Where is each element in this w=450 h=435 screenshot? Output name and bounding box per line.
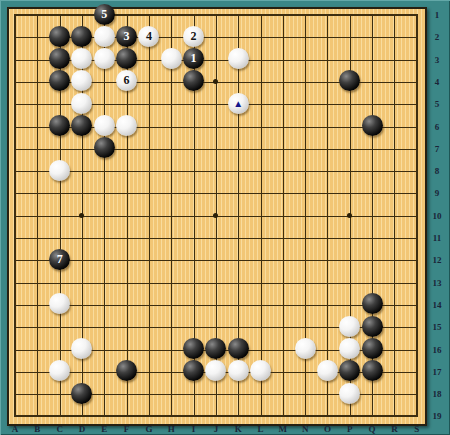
row-label-12: 12 <box>428 255 446 265</box>
col-label-D: D <box>74 424 90 434</box>
white-stone-N16 <box>295 338 316 359</box>
row-label-17: 17 <box>428 367 446 377</box>
black-stone-C12: 7 <box>49 249 70 270</box>
move-number-4: 4 <box>146 26 152 47</box>
move-number-2: 2 <box>191 26 197 47</box>
col-label-K: K <box>230 424 246 434</box>
col-label-J: J <box>208 424 224 434</box>
row-label-3: 3 <box>428 55 446 65</box>
row-label-6: 6 <box>428 122 446 132</box>
black-stone-D18 <box>71 383 92 404</box>
grid-vline <box>283 14 284 417</box>
white-stone-P18 <box>339 383 360 404</box>
grid-hline <box>14 283 418 284</box>
white-stone-D5 <box>71 93 92 114</box>
row-label-9: 9 <box>428 188 446 198</box>
col-label-B: B <box>29 424 45 434</box>
row-label-4: 4 <box>428 77 446 87</box>
row-label-7: 7 <box>428 144 446 154</box>
row-label-1: 1 <box>428 10 446 20</box>
black-stone-I3: 1 <box>183 48 204 69</box>
col-label-F: F <box>119 424 135 434</box>
col-label-P: P <box>342 424 358 434</box>
white-stone-E6 <box>94 115 115 136</box>
col-label-A: A <box>7 424 23 434</box>
black-stone-K16 <box>228 338 249 359</box>
white-stone-C8 <box>49 160 70 181</box>
grid-vline <box>394 14 395 417</box>
go-diagram: 534216▲7ABCDEFGHIJKLMNOPQRS1234567891011… <box>0 0 450 435</box>
row-label-11: 11 <box>428 233 446 243</box>
move-number-6: 6 <box>124 70 130 91</box>
row-label-8: 8 <box>428 166 446 176</box>
triangle-mark-icon: ▲ <box>233 93 243 114</box>
move-number-7: 7 <box>57 249 63 270</box>
move-number-5: 5 <box>101 4 107 25</box>
row-label-10: 10 <box>428 211 446 221</box>
white-stone-K5: ▲ <box>228 93 249 114</box>
grid-hline <box>14 415 418 417</box>
black-stone-E1: 5 <box>94 4 115 25</box>
white-stone-F6 <box>116 115 137 136</box>
black-stone-Q15 <box>362 316 383 337</box>
row-label-16: 16 <box>428 345 446 355</box>
move-number-3: 3 <box>124 26 130 47</box>
row-label-13: 13 <box>428 278 446 288</box>
move-number-1: 1 <box>191 48 197 69</box>
black-stone-I16 <box>183 338 204 359</box>
col-label-M: M <box>275 424 291 434</box>
white-stone-K3 <box>228 48 249 69</box>
white-stone-E2 <box>94 26 115 47</box>
black-stone-Q6 <box>362 115 383 136</box>
white-stone-I2: 2 <box>183 26 204 47</box>
black-stone-Q14 <box>362 293 383 314</box>
grid-hline <box>14 238 418 239</box>
col-label-R: R <box>386 424 402 434</box>
grid-hline <box>14 305 418 306</box>
row-label-2: 2 <box>428 32 446 42</box>
black-stone-F2: 3 <box>116 26 137 47</box>
black-stone-Q16 <box>362 338 383 359</box>
black-stone-C2 <box>49 26 70 47</box>
black-stone-C6 <box>49 115 70 136</box>
row-label-15: 15 <box>428 322 446 332</box>
grid-hline <box>14 260 418 261</box>
col-label-H: H <box>163 424 179 434</box>
col-label-Q: Q <box>364 424 380 434</box>
col-label-S: S <box>409 424 425 434</box>
grid-vline <box>327 14 328 417</box>
col-label-L: L <box>253 424 269 434</box>
grid-vline <box>416 14 418 417</box>
row-label-5: 5 <box>428 99 446 109</box>
col-label-O: O <box>319 424 335 434</box>
col-label-C: C <box>52 424 68 434</box>
col-label-I: I <box>186 424 202 434</box>
black-stone-E7 <box>94 137 115 158</box>
row-label-18: 18 <box>428 389 446 399</box>
row-label-14: 14 <box>428 300 446 310</box>
col-label-E: E <box>96 424 112 434</box>
row-label-19: 19 <box>428 411 446 421</box>
col-label-G: G <box>141 424 157 434</box>
black-stone-Q17 <box>362 360 383 381</box>
col-label-N: N <box>297 424 313 434</box>
white-stone-H3 <box>161 48 182 69</box>
white-stone-E3 <box>94 48 115 69</box>
white-stone-K17 <box>228 360 249 381</box>
white-stone-P15 <box>339 316 360 337</box>
grid-vline <box>261 14 262 417</box>
